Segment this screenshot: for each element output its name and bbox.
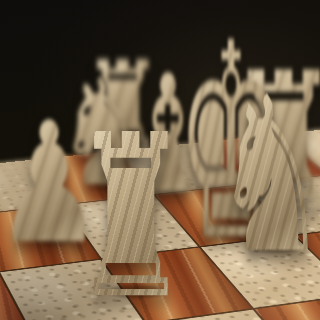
piece-rook-d3[interactable]: ♜ — [73, 105, 190, 320]
pieces-layer: ♜♞♝♜♚♟♞♜ — [0, 0, 320, 320]
piece-knight-f3[interactable]: ♞ — [213, 69, 320, 284]
chess-photo-scene: ♜♞♝♜♚♟♞♜ — [0, 0, 320, 320]
